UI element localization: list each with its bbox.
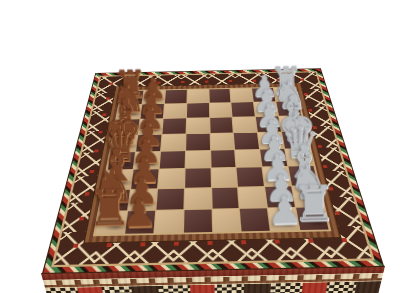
- board-square: [165, 90, 187, 104]
- board-top-face: ♜♟♟♜♞♟♟♞♝♟♟♝♚♟♟♚♛♟♟♛♝♟♟♝♞♟♟♞♜♟♟♜: [43, 69, 382, 273]
- board-square: [162, 118, 185, 134]
- board-square: [212, 209, 241, 232]
- board-square: [237, 167, 264, 186]
- herringbone-band: ♜♟♟♜♞♟♟♞♝♟♟♝♚♟♟♚♛♟♟♛♝♟♟♝♞♟♟♞♜♟♟♜: [83, 83, 341, 244]
- board-square: [209, 89, 231, 103]
- board-square: [156, 189, 183, 210]
- board-square: [211, 168, 237, 187]
- chess-set-product-photo: ♜♟♟♜♞♟♟♞♝♟♟♝♚♟♟♚♛♟♟♛♝♟♟♝♞♟♟♞♜♟♟♜: [0, 0, 416, 293]
- board-square: [210, 133, 234, 150]
- board-square: [212, 188, 239, 209]
- chess-box: ♜♟♟♜♞♟♟♞♝♟♟♝♚♟♟♚♛♟♟♛♝♟♟♝♞♟♟♞♜♟♟♜: [43, 69, 382, 273]
- board-square: [233, 117, 257, 133]
- board-square: [238, 187, 267, 208]
- board-square: [240, 208, 270, 231]
- board-square: [183, 210, 211, 233]
- board-square: [186, 118, 209, 134]
- board-square: ♟: [125, 211, 155, 234]
- mosaic-border: ♜♟♟♜♞♟♟♞♝♟♟♝♚♟♟♚♛♟♟♛♝♟♟♝♞♟♟♞♜♟♟♜: [51, 71, 375, 267]
- board-square: [185, 150, 210, 168]
- copper-pawn: ♟: [121, 193, 157, 232]
- board-square: [209, 103, 232, 117]
- board-square: [159, 151, 184, 169]
- board-square: [231, 88, 253, 102]
- silver-rook: ♜: [291, 179, 336, 229]
- board-square: ♜: [296, 207, 328, 230]
- board-square: [210, 117, 233, 133]
- board-square: [187, 103, 209, 118]
- board-square: [235, 149, 261, 167]
- board-square: [232, 102, 255, 116]
- board-square: [187, 89, 208, 103]
- board-square: [161, 134, 185, 151]
- rope-twist-trim: ♜♟♟♜♞♟♟♞♝♟♟♝♚♟♟♚♛♟♟♛♝♟♟♝♞♟♟♞♜♟♟♜: [43, 69, 382, 273]
- board-square: [211, 150, 236, 168]
- board-square: [163, 104, 186, 119]
- chess-board: ♜♟♟♜♞♟♟♞♝♟♟♝♚♟♟♚♛♟♟♛♝♟♟♝♞♟♟♞♜♟♟♜: [93, 86, 331, 236]
- board-square: [234, 132, 259, 149]
- board-square: [186, 133, 210, 150]
- board-square: [184, 188, 211, 209]
- board-square: [158, 169, 184, 188]
- board-square: [154, 210, 183, 233]
- perspective-stage: ♜♟♟♜♞♟♟♞♝♟♟♝♚♟♟♚♛♟♟♛♝♟♟♝♞♟♟♞♜♟♟♜: [0, 0, 416, 293]
- board-square: [185, 169, 211, 188]
